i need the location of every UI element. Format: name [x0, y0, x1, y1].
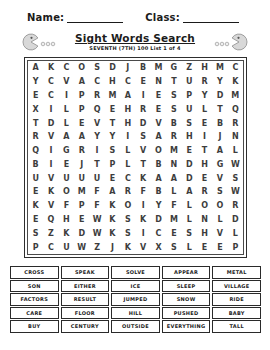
- grid-cell-r10-c13: S: [212, 185, 227, 199]
- grid-cell-r14-c5: Z: [89, 240, 104, 254]
- grid-cell-r4-c14: Q: [228, 102, 243, 116]
- grid-cell-r5-c1: T: [28, 116, 43, 130]
- grid-cell-r3-c7: A: [120, 89, 135, 103]
- grid-cell-r8-c12: H: [197, 157, 212, 171]
- grid-cell-r3-c5: R: [89, 89, 104, 103]
- grid-cell-r5-c2: D: [43, 116, 58, 130]
- grid-cell-r14-c14: P: [228, 240, 243, 254]
- grid-cell-r6-c14: N: [228, 130, 243, 144]
- word-bank-item: PUSHED: [162, 307, 211, 320]
- word-bank-item: BABY: [212, 307, 261, 320]
- grid-cell-r13-c6: K: [105, 226, 120, 240]
- grid-cell-r14-c2: C: [43, 240, 58, 254]
- grid-cell-r3-c10: S: [166, 89, 181, 103]
- grid-cell-r7-c1: Q: [28, 144, 43, 158]
- grid-cell-r3-c12: Y: [197, 89, 212, 103]
- grid-cell-r7-c10: M: [166, 144, 181, 158]
- grid-cell-r12-c12: N: [197, 213, 212, 227]
- grid-cell-r1-c7: J: [120, 61, 135, 75]
- word-bank-item: FACTORS: [10, 293, 59, 306]
- grid-cell-r9-c3: U: [59, 171, 74, 185]
- grid-cell-r5-c13: B: [212, 116, 227, 130]
- grid-cell-r14-c9: X: [151, 240, 166, 254]
- grid-cell-r10-c12: R: [197, 185, 212, 199]
- word-bank-item: METAL: [212, 266, 261, 279]
- class-label: Class:: [145, 12, 180, 23]
- grid-cell-r10-c6: A: [105, 185, 120, 199]
- grid-cell-r12-c4: E: [74, 213, 89, 227]
- grid-cell-r2-c2: C: [43, 75, 58, 89]
- grid-cell-r12-c11: L: [182, 213, 197, 227]
- grid-cell-r11-c14: R: [228, 199, 243, 213]
- word-bank-item: SNOW: [162, 293, 211, 306]
- word-bank-item: SON: [10, 280, 59, 293]
- grid-cell-r4-c4: P: [74, 102, 89, 116]
- grid-cell-r12-c3: H: [59, 213, 74, 227]
- grid-cell-r9-c10: A: [166, 171, 181, 185]
- word-bank-item: HILL: [111, 307, 160, 320]
- grid-cell-r5-c8: D: [135, 116, 150, 130]
- grid-cell-r2-c12: R: [197, 75, 212, 89]
- grid-cell-r12-c8: K: [135, 213, 150, 227]
- grid-cell-r3-c1: E: [28, 89, 43, 103]
- grid-cell-r2-c5: C: [89, 75, 104, 89]
- grid-cell-r12-c14: D: [228, 213, 243, 227]
- grid-cell-r6-c5: Y: [89, 130, 104, 144]
- name-class-row: Name: Class:: [27, 12, 243, 23]
- grid-cell-r5-c6: T: [105, 116, 120, 130]
- name-label: Name:: [27, 12, 64, 23]
- grid-cell-r11-c1: K: [28, 199, 43, 213]
- grid-cell-r12-c2: Q: [43, 213, 58, 227]
- grid-cell-r14-c1: P: [28, 240, 43, 254]
- grid-cell-r11-c11: L: [182, 199, 197, 213]
- word-bank-item: JUMPED: [111, 293, 160, 306]
- grid-cell-r8-c4: J: [74, 157, 89, 171]
- puzzle-frame: AKCOSDJBMGZHMCYCVACHCENTURYKECIPRMAIESPY…: [24, 57, 247, 258]
- grid-cell-r1-c1: A: [28, 61, 43, 75]
- page-title: Sight Words Search: [75, 33, 195, 45]
- grid-cell-r9-c8: K: [135, 171, 150, 185]
- grid-cell-r4-c1: X: [28, 102, 43, 116]
- grid-cell-r6-c2: V: [43, 130, 58, 144]
- grid-cell-r1-c10: G: [166, 61, 181, 75]
- grid-cell-r9-c9: A: [151, 171, 166, 185]
- grid-cell-r3-c9: E: [151, 89, 166, 103]
- grid-cell-r14-c8: V: [135, 240, 150, 254]
- dot-icon: [220, 42, 224, 46]
- grid-cell-r10-c11: A: [182, 185, 197, 199]
- grid-cell-r2-c11: U: [182, 75, 197, 89]
- grid-cell-r5-c4: E: [74, 116, 89, 130]
- grid-cell-r2-c8: E: [135, 75, 150, 89]
- grid-cell-r3-c13: D: [212, 89, 227, 103]
- grid-cell-r13-c5: W: [89, 226, 104, 240]
- grid-cell-r8-c9: B: [151, 157, 166, 171]
- grid-cell-r9-c6: E: [105, 171, 120, 185]
- grid-cell-r12-c5: W: [89, 213, 104, 227]
- grid-cell-r5-c14: R: [228, 116, 243, 130]
- grid-cell-r2-c13: Y: [212, 75, 227, 89]
- grid-cell-r8-c13: G: [212, 157, 227, 171]
- grid-cell-r3-c11: P: [182, 89, 197, 103]
- grid-cell-r9-c5: U: [89, 171, 104, 185]
- grid-cell-r10-c14: W: [228, 185, 243, 199]
- grid-cell-r4-c3: L: [59, 102, 74, 116]
- grid-cell-r2-c10: T: [166, 75, 181, 89]
- grid-cell-r6-c10: R: [166, 130, 181, 144]
- grid-cell-r1-c6: D: [105, 61, 120, 75]
- grid-cell-r4-c12: L: [197, 102, 212, 116]
- grid-cell-r11-c10: F: [166, 199, 181, 213]
- grid-cell-r3-c6: M: [105, 89, 120, 103]
- grid-cell-r11-c5: F: [89, 199, 104, 213]
- grid-cell-r14-c7: K: [120, 240, 135, 254]
- grid-cell-r5-c5: V: [89, 116, 104, 130]
- grid-cell-r8-c6: P: [105, 157, 120, 171]
- dot-icon: [51, 42, 55, 46]
- grid-cell-r14-c13: E: [212, 240, 227, 254]
- grid-cell-r10-c10: L: [166, 185, 181, 199]
- title-block: Sight Words Search SEVENTH (7TH) 100 Lis…: [75, 33, 195, 51]
- grid-cell-r1-c14: C: [228, 61, 243, 75]
- grid-cell-r13-c12: H: [197, 226, 212, 240]
- word-bank-item: TALL: [212, 320, 261, 333]
- word-bank-item: CENTURY: [61, 320, 110, 333]
- letter-grid: AKCOSDJBMGZHMCYCVACHCENTURYKECIPRMAIESPY…: [27, 60, 244, 255]
- grid-cell-r7-c9: O: [151, 144, 166, 158]
- grid-cell-r14-c3: U: [59, 240, 74, 254]
- grid-cell-r13-c3: K: [59, 226, 74, 240]
- grid-cell-r10-c2: K: [43, 185, 58, 199]
- grid-cell-r8-c11: D: [182, 157, 197, 171]
- word-bank-item: BUY: [10, 320, 59, 333]
- word-bank-item: SOLVE: [111, 266, 160, 279]
- grid-cell-r2-c6: H: [105, 75, 120, 89]
- grid-cell-r11-c12: O: [197, 199, 212, 213]
- grid-cell-r10-c1: E: [28, 185, 43, 199]
- grid-cell-r7-c13: A: [212, 144, 227, 158]
- grid-cell-r9-c7: C: [120, 171, 135, 185]
- grid-cell-r1-c4: O: [74, 61, 89, 75]
- grid-cell-r1-c9: M: [151, 61, 166, 75]
- grid-cell-r11-c13: O: [212, 199, 227, 213]
- grid-cell-r8-c8: T: [135, 157, 150, 171]
- grid-cell-r7-c6: S: [105, 144, 120, 158]
- grid-cell-r5-c11: S: [182, 116, 197, 130]
- word-bank-item: RIDE: [212, 293, 261, 306]
- dot-icon: [46, 42, 50, 46]
- grid-cell-r13-c7: S: [120, 226, 135, 240]
- grid-cell-r12-c1: E: [28, 213, 43, 227]
- grid-cell-r5-c3: L: [59, 116, 74, 130]
- grid-cell-r13-c8: I: [135, 226, 150, 240]
- grid-cell-r10-c5: F: [89, 185, 104, 199]
- grid-cell-r10-c9: B: [151, 185, 166, 199]
- grid-cell-r1-c12: H: [197, 61, 212, 75]
- grid-cell-r12-c6: K: [105, 213, 120, 227]
- grid-cell-r9-c12: E: [197, 171, 212, 185]
- grid-cell-r11-c2: V: [43, 199, 58, 213]
- grid-cell-r3-c8: I: [135, 89, 150, 103]
- grid-cell-r8-c2: I: [43, 157, 58, 171]
- grid-cell-r2-c3: V: [59, 75, 74, 89]
- grid-cell-r7-c14: L: [228, 144, 243, 158]
- grid-cell-r9-c4: U: [74, 171, 89, 185]
- grid-cell-r13-c9: C: [151, 226, 166, 240]
- grid-cell-r8-c10: N: [166, 157, 181, 171]
- dot-icon: [215, 42, 219, 46]
- word-bank-item: VILLAGE: [212, 280, 261, 293]
- grid-cell-r4-c5: Q: [89, 102, 104, 116]
- grid-cell-r6-c13: J: [212, 130, 227, 144]
- grid-cell-r1-c13: M: [212, 61, 227, 75]
- grid-cell-r4-c6: E: [105, 102, 120, 116]
- grid-cell-r2-c4: A: [74, 75, 89, 89]
- word-bank-item: FLOOR: [61, 307, 110, 320]
- grid-cell-r7-c12: T: [197, 144, 212, 158]
- grid-cell-r4-c10: S: [166, 102, 181, 116]
- grid-cell-r2-c7: C: [120, 75, 135, 89]
- grid-cell-r1-c8: B: [135, 61, 150, 75]
- grid-cell-r6-c4: A: [74, 130, 89, 144]
- grid-cell-r3-c2: C: [43, 89, 58, 103]
- grid-cell-r2-c1: Y: [28, 75, 43, 89]
- grid-cell-r7-c8: V: [135, 144, 150, 158]
- word-bank-item: SPEAK: [61, 266, 110, 279]
- grid-cell-r7-c11: E: [182, 144, 197, 158]
- word-bank-item: ICE: [111, 280, 160, 293]
- grid-cell-r1-c11: Z: [182, 61, 197, 75]
- grid-cell-r6-c1: R: [28, 130, 43, 144]
- grid-cell-r12-c13: L: [212, 213, 227, 227]
- grid-cell-r6-c11: H: [182, 130, 197, 144]
- word-bank-item: APPEAR: [162, 266, 211, 279]
- grid-cell-r6-c7: I: [120, 130, 135, 144]
- grid-cell-r5-c12: E: [197, 116, 212, 130]
- grid-cell-r7-c2: I: [43, 144, 58, 158]
- grid-cell-r12-c7: S: [120, 213, 135, 227]
- grid-cell-r13-c4: D: [74, 226, 89, 240]
- grid-cell-r4-c13: T: [212, 102, 227, 116]
- grid-cell-r5-c9: V: [151, 116, 166, 130]
- grid-cell-r7-c7: L: [120, 144, 135, 158]
- class-blank-line: [183, 12, 239, 23]
- grid-cell-r9-c1: U: [28, 171, 43, 185]
- grid-cell-r2-c9: N: [151, 75, 166, 89]
- grid-cell-r12-c9: D: [151, 213, 166, 227]
- word-bank-item: RESULT: [61, 293, 110, 306]
- grid-cell-r6-c3: A: [59, 130, 74, 144]
- grid-cell-r12-c10: M: [166, 213, 181, 227]
- grid-cell-r5-c7: H: [120, 116, 135, 130]
- grid-cell-r1-c5: S: [89, 61, 104, 75]
- grid-cell-r9-c2: V: [43, 171, 58, 185]
- grid-cell-r11-c9: Y: [151, 199, 166, 213]
- grid-cell-r8-c3: E: [59, 157, 74, 171]
- name-blank-line: [67, 12, 123, 23]
- dot-icon: [225, 42, 229, 46]
- grid-cell-r13-c10: E: [166, 226, 181, 240]
- grid-cell-r2-c14: K: [228, 75, 243, 89]
- grid-cell-r3-c14: M: [228, 89, 243, 103]
- grid-cell-r14-c11: L: [182, 240, 197, 254]
- grid-cell-r8-c14: W: [228, 157, 243, 171]
- grid-cell-r14-c4: W: [74, 240, 89, 254]
- grid-cell-r10-c3: O: [59, 185, 74, 199]
- grid-cell-r11-c4: P: [74, 199, 89, 213]
- grid-cell-r7-c5: I: [89, 144, 104, 158]
- dot-icon: [41, 42, 45, 46]
- word-bank-item: OUTSIDE: [111, 320, 160, 333]
- grid-cell-r14-c12: E: [197, 240, 212, 254]
- word-bank: CROSSSPEAKSOLVEAPPEARMETALSONEITHERICESL…: [10, 266, 261, 333]
- pacman-icon-left: [22, 33, 68, 51]
- grid-cell-r13-c13: V: [212, 226, 227, 240]
- grid-cell-r4-c7: H: [120, 102, 135, 116]
- grid-cell-r8-c7: L: [120, 157, 135, 171]
- grid-cell-r13-c11: S: [182, 226, 197, 240]
- grid-cell-r7-c3: G: [59, 144, 74, 158]
- grid-cell-r10-c8: F: [135, 185, 150, 199]
- word-bank-item: CROSS: [10, 266, 59, 279]
- grid-cell-r6-c9: A: [151, 130, 166, 144]
- grid-cell-r13-c2: Z: [43, 226, 58, 240]
- grid-cell-r8-c5: T: [89, 157, 104, 171]
- grid-cell-r4-c9: E: [151, 102, 166, 116]
- grid-cell-r11-c6: K: [105, 199, 120, 213]
- grid-cell-r10-c7: R: [120, 185, 135, 199]
- title-row: Sight Words Search SEVENTH (7TH) 100 Lis…: [22, 31, 248, 53]
- grid-cell-r11-c8: I: [135, 199, 150, 213]
- grid-cell-r7-c4: R: [74, 144, 89, 158]
- grid-cell-r9-c13: V: [212, 171, 227, 185]
- grid-cell-r14-c10: S: [166, 240, 181, 254]
- word-bank-item: CARE: [10, 307, 59, 320]
- pacman-icon-right: [202, 33, 248, 51]
- grid-cell-r4-c2: I: [43, 102, 58, 116]
- grid-cell-r1-c2: K: [43, 61, 58, 75]
- grid-cell-r9-c11: D: [182, 171, 197, 185]
- grid-cell-r9-c14: S: [228, 171, 243, 185]
- grid-cell-r11-c7: O: [120, 199, 135, 213]
- grid-cell-r14-c6: J: [105, 240, 120, 254]
- grid-cell-r3-c4: P: [74, 89, 89, 103]
- grid-cell-r5-c10: B: [166, 116, 181, 130]
- page-subtitle: SEVENTH (7TH) 100 List 1 of 4: [75, 46, 195, 52]
- word-bank-item: SLEEP: [162, 280, 211, 293]
- grid-cell-r4-c8: R: [135, 102, 150, 116]
- grid-cell-r4-c11: U: [182, 102, 197, 116]
- grid-cell-r3-c3: I: [59, 89, 74, 103]
- word-bank-item: EVERYTHING: [162, 320, 211, 333]
- grid-cell-r8-c1: B: [28, 157, 43, 171]
- grid-cell-r13-c14: L: [228, 226, 243, 240]
- grid-cell-r6-c6: Y: [105, 130, 120, 144]
- grid-cell-r13-c1: S: [28, 226, 43, 240]
- grid-cell-r1-c3: C: [59, 61, 74, 75]
- word-bank-item: EITHER: [61, 280, 110, 293]
- grid-cell-r6-c12: I: [197, 130, 212, 144]
- grid-cell-r10-c4: M: [74, 185, 89, 199]
- worksheet-page: Name: Class: Sight Words Search SEVENTH …: [0, 0, 270, 350]
- grid-cell-r6-c8: S: [135, 130, 150, 144]
- grid-cell-r11-c3: F: [59, 199, 74, 213]
